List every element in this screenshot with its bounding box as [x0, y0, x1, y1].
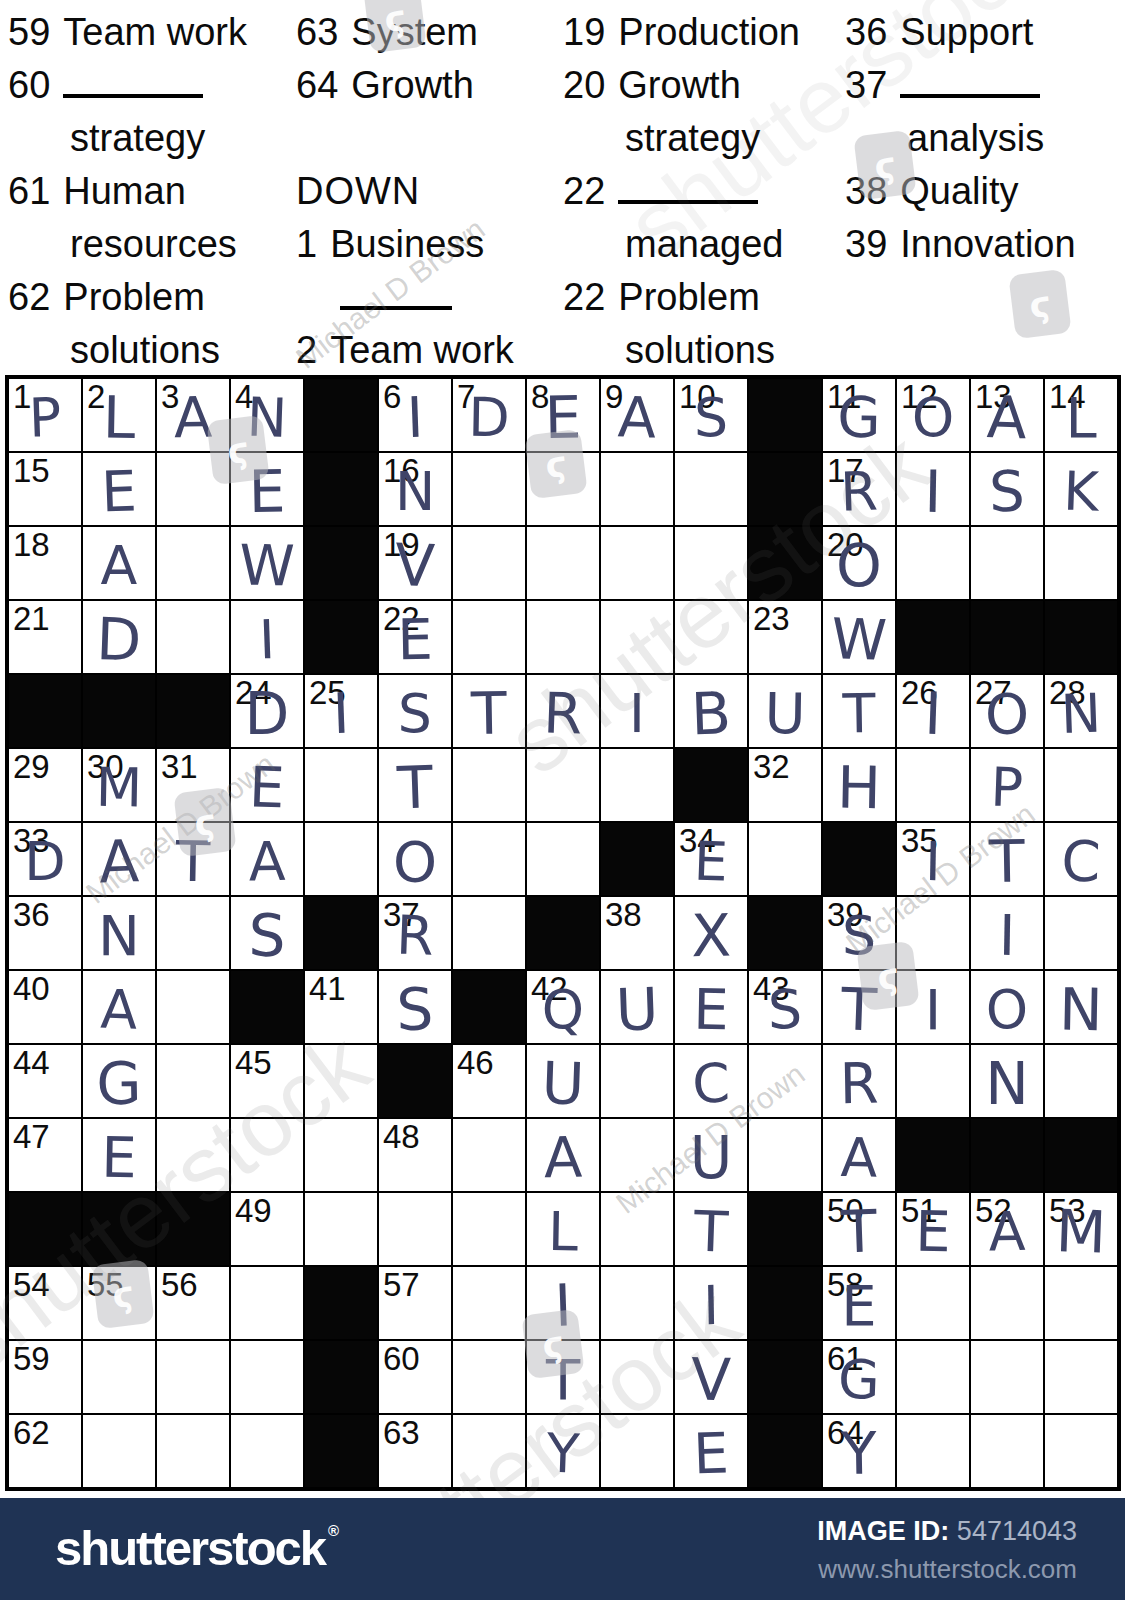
cell-r2c2[interactable]: E [82, 452, 156, 526]
cell-r9c8[interactable]: 42Q [526, 970, 600, 1044]
cell-number: 29 [13, 750, 50, 785]
cell-r13c14[interactable] [970, 1266, 1044, 1340]
cell-r12c14[interactable]: 52A [970, 1192, 1044, 1266]
cell-number: 63 [383, 1416, 420, 1451]
stock-photo-crossword: 59Team work60strategy61Humanresources62P… [0, 0, 1125, 1600]
cell-r12c1 [8, 1192, 82, 1266]
cell-r9c10[interactable]: E [674, 970, 748, 1044]
cell-letter: A [156, 382, 229, 451]
cell-r10c8[interactable]: U [526, 1044, 600, 1118]
cell-number: 59 [13, 1342, 50, 1377]
cell-r10c13[interactable] [896, 1044, 970, 1118]
cell-r9c13[interactable]: I [896, 970, 970, 1044]
cell-r8c10[interactable]: X [674, 896, 748, 970]
cell-r6c4[interactable]: E [230, 748, 304, 822]
cell-r12c4[interactable]: 49 [230, 1192, 304, 1266]
cell-letter: E [378, 604, 451, 673]
shutterstock-logo: shutterstock® [55, 1520, 336, 1576]
cell-r11c3[interactable] [156, 1118, 230, 1192]
cell-r15c4[interactable] [230, 1414, 304, 1488]
cell-r12c13[interactable]: 51E [896, 1192, 970, 1266]
cell-r13c13[interactable] [896, 1266, 970, 1340]
cell-r1c9[interactable]: 9A [600, 378, 674, 452]
cell-r7c2[interactable]: A [82, 822, 156, 896]
cell-r9c9[interactable]: U [600, 970, 674, 1044]
cell-r6c9[interactable] [600, 748, 674, 822]
cell-r13c9[interactable] [600, 1266, 674, 1340]
cell-r2c3[interactable] [156, 452, 230, 526]
cell-r8c7[interactable] [452, 896, 526, 970]
cell-number: 36 [13, 898, 50, 933]
cell-r8c3[interactable] [156, 896, 230, 970]
cell-r6c13[interactable] [896, 748, 970, 822]
cell-letter: N [970, 1048, 1045, 1119]
cell-r14c5 [304, 1340, 378, 1414]
cell-r3c12[interactable]: 20O [822, 526, 896, 600]
cell-r7c13[interactable]: 35I [896, 822, 970, 896]
cell-r1c10[interactable]: 10S [674, 378, 748, 452]
cell-number: 18 [13, 528, 50, 563]
cell-r6c5[interactable] [304, 748, 378, 822]
cell-r14c2[interactable] [82, 1340, 156, 1414]
cell-r8c14[interactable]: I [970, 896, 1044, 970]
cell-letter: I [970, 900, 1043, 969]
cell-r5c15[interactable]: 28N [1044, 674, 1118, 748]
cell-r11c1[interactable]: 47 [8, 1118, 82, 1192]
cell-r8c11 [748, 896, 822, 970]
cell-r6c1[interactable]: 29 [8, 748, 82, 822]
cell-letter: K [1045, 457, 1116, 525]
cell-r6c2[interactable]: 30M [82, 748, 156, 822]
cell-r15c2[interactable] [82, 1414, 156, 1488]
cell-r4c8[interactable] [526, 600, 600, 674]
cell-r4c7[interactable] [452, 600, 526, 674]
cell-letter: A [80, 824, 157, 897]
cell-letter: N [83, 901, 155, 969]
cell-letter: I [524, 1268, 601, 1341]
cell-number: 49 [235, 1194, 272, 1229]
cell-r11c12[interactable]: A [822, 1118, 896, 1192]
cell-r9c1[interactable]: 40 [8, 970, 82, 1044]
cell-r12c12[interactable]: 50T [822, 1192, 896, 1266]
cell-r15c8[interactable]: Y [526, 1414, 600, 1488]
cell-r13c15[interactable] [1044, 1266, 1118, 1340]
cell-r2c11 [748, 452, 822, 526]
cell-r10c12[interactable]: R [822, 1044, 896, 1118]
cell-r14c6[interactable]: 60 [378, 1340, 452, 1414]
cell-letter: E [229, 455, 305, 527]
cell-r11c2[interactable]: E [82, 1118, 156, 1192]
cell-r2c13[interactable]: I [896, 452, 970, 526]
cell-r11c8[interactable]: A [526, 1118, 600, 1192]
cell-r3c4[interactable]: W [230, 526, 304, 600]
cell-r9c7 [452, 970, 526, 1044]
logo-text: shutterstock [55, 1521, 325, 1575]
cell-r6c10 [674, 748, 748, 822]
image-id-label: IMAGE ID: [817, 1516, 949, 1546]
cell-r4c3[interactable] [156, 600, 230, 674]
clue-text-continuation: solutions [563, 324, 841, 377]
cell-letter: E [674, 974, 747, 1043]
cell-r14c7[interactable] [452, 1340, 526, 1414]
cell-letter: B [672, 676, 749, 749]
cell-r2c14[interactable]: S [970, 452, 1044, 526]
cell-letter: A [600, 382, 674, 452]
cell-r14c13[interactable] [896, 1340, 970, 1414]
cell-letter: I [894, 676, 971, 749]
cell-r7c7[interactable] [452, 822, 526, 896]
cell-r8c4[interactable]: S [230, 896, 304, 970]
cell-r15c1[interactable]: 62 [8, 1414, 82, 1488]
cell-r10c2[interactable]: G [82, 1044, 156, 1118]
cell-r11c7[interactable] [452, 1118, 526, 1192]
cell-r4c9[interactable] [600, 600, 674, 674]
cell-number: 32 [753, 750, 790, 785]
cell-letter: G [823, 1345, 894, 1413]
cell-r7c6[interactable]: O [378, 822, 452, 896]
cell-r6c6[interactable]: T [378, 748, 452, 822]
cell-number: 41 [309, 972, 346, 1007]
cell-r4c4[interactable]: I [230, 600, 304, 674]
cell-r3c2[interactable]: A [82, 526, 156, 600]
cell-r8c6[interactable]: 37R [378, 896, 452, 970]
clue-with-blank: 22 [563, 165, 841, 218]
cell-r10c1[interactable]: 44 [8, 1044, 82, 1118]
cell-number: 23 [753, 602, 790, 637]
cell-letter: S [380, 680, 450, 746]
clue-blank-line [296, 271, 558, 324]
cell-r3c15[interactable] [1044, 526, 1118, 600]
cell-r12c7[interactable] [452, 1192, 526, 1266]
cell-r3c9[interactable] [600, 526, 674, 600]
cell-r5c6[interactable]: S [378, 674, 452, 748]
cell-r14c14[interactable] [970, 1340, 1044, 1414]
cell-r3c14[interactable] [970, 526, 1044, 600]
cell-r1c3[interactable]: 3A [156, 378, 230, 452]
cell-r7c3[interactable]: T [156, 822, 230, 896]
cell-r2c1[interactable]: 15 [8, 452, 82, 526]
cell-r5c3 [156, 674, 230, 748]
cell-r11c9[interactable] [600, 1118, 674, 1192]
cell-r4c14 [970, 600, 1044, 674]
cell-r3c13[interactable] [896, 526, 970, 600]
cell-r2c6[interactable]: 16N [378, 452, 452, 526]
cell-r1c2[interactable]: 2L [82, 378, 156, 452]
cell-letter: I [602, 680, 671, 745]
cell-letter: M [84, 754, 154, 820]
cell-r15c6[interactable]: 63 [378, 1414, 452, 1488]
cell-r7c1[interactable]: 33D [8, 822, 82, 896]
cell-r5c7[interactable]: T [452, 674, 526, 748]
cell-r6c14[interactable]: P [970, 748, 1044, 822]
cell-r15c10[interactable]: E [674, 1414, 748, 1488]
cell-letter: S [750, 976, 820, 1042]
cell-r14c4[interactable] [230, 1340, 304, 1414]
cell-r9c5[interactable]: 41 [304, 970, 378, 1044]
footer-bar: shutterstock® IMAGE ID: 54714043 www.shu… [0, 1498, 1125, 1600]
cell-r1c5 [304, 378, 378, 452]
cell-r15c9[interactable] [600, 1414, 674, 1488]
cell-letter: T [674, 1196, 748, 1266]
cell-r9c6[interactable]: S [378, 970, 452, 1044]
cell-letter: I [897, 975, 969, 1043]
cell-r2c4[interactable]: E [230, 452, 304, 526]
cell-letter: A [972, 1198, 1042, 1264]
cell-r3c10[interactable] [674, 526, 748, 600]
cell-r14c9[interactable] [600, 1340, 674, 1414]
cell-r10c4[interactable]: 45 [230, 1044, 304, 1118]
cell-number: 60 [383, 1342, 420, 1377]
cell-r9c4 [230, 970, 304, 1044]
cell-r11c5[interactable] [304, 1118, 378, 1192]
cell-letter: O [898, 384, 968, 450]
clue-text-continuation: solutions [8, 324, 292, 377]
cell-r9c11[interactable]: 43S [748, 970, 822, 1044]
cell-letter: D [10, 828, 79, 893]
cell-r3c11 [748, 526, 822, 600]
cell-r8c15[interactable] [1044, 896, 1118, 970]
cell-r8c13[interactable] [896, 896, 970, 970]
cell-r11c6[interactable]: 48 [378, 1118, 452, 1192]
cell-r6c11[interactable]: 32 [748, 748, 822, 822]
clue-with-blank: 37 [845, 59, 1120, 112]
cell-r3c8[interactable] [526, 526, 600, 600]
cell-r2c8[interactable] [526, 452, 600, 526]
clue-with-blank: 60 [8, 59, 292, 112]
cell-r15c14[interactable] [970, 1414, 1044, 1488]
clues-column-3: 19Production20Growthstrategy22managed22P… [563, 6, 841, 377]
cell-r2c15[interactable]: K [1044, 452, 1118, 526]
cell-r9c3[interactable] [156, 970, 230, 1044]
cell-r15c3[interactable] [156, 1414, 230, 1488]
cell-r4c6[interactable]: 22E [378, 600, 452, 674]
cell-letter: O [822, 530, 897, 601]
cell-r4c12[interactable]: W [822, 600, 896, 674]
cell-r11c13 [896, 1118, 970, 1192]
cell-letter: Y [527, 1419, 598, 1487]
cell-r8c12[interactable]: 39S [822, 896, 896, 970]
cell-r13c12[interactable]: 58E [822, 1266, 896, 1340]
cell-r10c14[interactable]: N [970, 1044, 1044, 1118]
cell-letter: R [379, 901, 450, 969]
cell-r10c5[interactable] [304, 1044, 378, 1118]
cell-r13c6[interactable]: 57 [378, 1266, 452, 1340]
cell-r4c11[interactable]: 23 [748, 600, 822, 674]
cell-r7c12 [822, 822, 896, 896]
cell-letter: E [896, 1196, 969, 1265]
cell-r15c12[interactable]: 64Y [822, 1414, 896, 1488]
cell-r7c5[interactable] [304, 822, 378, 896]
cell-r1c13[interactable]: 12O [896, 378, 970, 452]
clue-text-continuation: managed [563, 218, 841, 271]
cell-letter: E [525, 381, 601, 453]
cell-r14c8[interactable]: T [526, 1340, 600, 1414]
cell-r3c1[interactable]: 18 [8, 526, 82, 600]
cell-number: 57 [383, 1268, 420, 1303]
cell-r14c12[interactable]: 61G [822, 1340, 896, 1414]
cell-letter: I [378, 382, 452, 452]
cell-letter: R [823, 457, 894, 525]
cell-letter: L [528, 1198, 598, 1264]
cell-r12c10[interactable]: T [674, 1192, 748, 1266]
cell-r8c2[interactable]: N [82, 896, 156, 970]
cell-r6c8[interactable] [526, 748, 600, 822]
cell-letter: V [376, 528, 453, 601]
image-id-line: IMAGE ID: 54714043 [817, 1516, 1077, 1547]
cell-letter: V [673, 1343, 749, 1415]
cell-r4c15 [1044, 600, 1118, 674]
cell-number: 44 [13, 1046, 50, 1081]
cell-r5c8[interactable]: R [526, 674, 600, 748]
cell-r8c9[interactable]: 38 [600, 896, 674, 970]
cell-r1c12[interactable]: 11G [822, 378, 896, 452]
cell-letter: R [526, 678, 600, 748]
clue: 20Growth [563, 59, 841, 112]
cell-r7c4[interactable]: A [230, 822, 304, 896]
cell-r12c8[interactable]: L [526, 1192, 600, 1266]
cell-letter: Y [821, 1417, 897, 1489]
cell-r2c9[interactable] [600, 452, 674, 526]
cell-r11c4[interactable] [230, 1118, 304, 1192]
cell-r2c10[interactable] [674, 452, 748, 526]
cell-r14c15[interactable] [1044, 1340, 1118, 1414]
cell-letter: L [1045, 383, 1117, 451]
cell-r6c7[interactable] [452, 748, 526, 822]
clue: 63System [296, 6, 558, 59]
cell-r10c11[interactable] [748, 1044, 822, 1118]
cell-r1c8[interactable]: 8E [526, 378, 600, 452]
cell-r1c7[interactable]: 7D [452, 378, 526, 452]
cell-r4c10[interactable] [674, 600, 748, 674]
cell-r3c5 [304, 526, 378, 600]
cell-r15c15[interactable] [1044, 1414, 1118, 1488]
cell-r10c10[interactable]: C [674, 1044, 748, 1118]
cell-r11c10[interactable]: U [674, 1118, 748, 1192]
cell-r10c3[interactable] [156, 1044, 230, 1118]
cell-r1c6[interactable]: 6I [378, 378, 452, 452]
cell-r6c12[interactable]: H [822, 748, 896, 822]
cell-r2c7[interactable] [452, 452, 526, 526]
cell-r11c11[interactable] [748, 1118, 822, 1192]
clue: 1Business [296, 218, 558, 271]
cell-r9c2[interactable]: A [82, 970, 156, 1044]
cell-r5c5[interactable]: 25I [304, 674, 378, 748]
cell-r12c15[interactable]: 53M [1044, 1192, 1118, 1266]
cell-r1c15[interactable]: 14L [1044, 378, 1118, 452]
cell-r7c11[interactable] [748, 822, 822, 896]
cell-r7c15[interactable]: C [1044, 822, 1118, 896]
cell-r5c4[interactable]: 24D [230, 674, 304, 748]
cell-r12c9[interactable] [600, 1192, 674, 1266]
cell-r15c7[interactable] [452, 1414, 526, 1488]
cell-r7c10[interactable]: 34E [674, 822, 748, 896]
cell-r10c9[interactable] [600, 1044, 674, 1118]
cell-r5c9[interactable]: I [600, 674, 674, 748]
cell-letter: L [81, 381, 157, 453]
cell-r13c10[interactable]: I [674, 1266, 748, 1340]
cell-r4c13 [896, 600, 970, 674]
cell-letter: E [674, 1418, 748, 1488]
cell-r14c10[interactable]: V [674, 1340, 748, 1414]
cell-letter: O [379, 827, 451, 895]
cell-r13c7[interactable] [452, 1266, 526, 1340]
cell-letter: T [820, 1194, 897, 1267]
cell-r5c14[interactable]: 27O [970, 674, 1044, 748]
cell-r1c4[interactable]: 4N [230, 378, 304, 452]
cell-r7c14[interactable]: T [970, 822, 1044, 896]
cell-r12c5[interactable] [304, 1192, 378, 1266]
cell-r13c3[interactable]: 56 [156, 1266, 230, 1340]
cell-r1c1[interactable]: 1P [8, 378, 82, 452]
clues-column-4: 36Support37analysis38Quality39Innovation [845, 6, 1120, 271]
cell-r6c3[interactable]: 31 [156, 748, 230, 822]
cell-r3c6[interactable]: 19V [378, 526, 452, 600]
cell-r12c6[interactable] [378, 1192, 452, 1266]
cell-r10c15[interactable] [1044, 1044, 1118, 1118]
cell-letter: A [526, 1122, 599, 1191]
cell-r5c10[interactable]: B [674, 674, 748, 748]
cell-r3c7[interactable] [452, 526, 526, 600]
cell-r9c15[interactable]: N [1044, 970, 1118, 1044]
cell-letter: I [231, 605, 302, 673]
cell-number: 55 [87, 1268, 124, 1303]
cell-r13c2[interactable]: 55 [82, 1266, 156, 1340]
cell-r14c3[interactable] [156, 1340, 230, 1414]
cell-number: 38 [605, 898, 642, 933]
image-id-value: 54714043 [957, 1516, 1077, 1546]
cell-number: 48 [383, 1120, 420, 1155]
cell-r5c11[interactable]: U [748, 674, 822, 748]
cell-letter: M [1042, 1194, 1119, 1267]
cell-r13c8[interactable]: I [526, 1266, 600, 1340]
cell-r2c5 [304, 452, 378, 526]
cell-number: 15 [13, 454, 50, 489]
cell-letter: R [822, 1048, 895, 1117]
cell-r4c2[interactable]: D [82, 600, 156, 674]
cell-r14c1[interactable]: 59 [8, 1340, 82, 1414]
cell-r7c8[interactable] [526, 822, 600, 896]
cell-number: 47 [13, 1120, 50, 1155]
cell-r9c12[interactable]: T [822, 970, 896, 1044]
cell-letter: G [81, 1047, 157, 1119]
cell-r10c6 [378, 1044, 452, 1118]
cell-r4c1[interactable]: 21 [8, 600, 82, 674]
cell-r8c1[interactable]: 36 [8, 896, 82, 970]
cell-r6c15[interactable] [1044, 748, 1118, 822]
cell-letter: E [82, 1122, 155, 1191]
cell-r13c1[interactable]: 54 [8, 1266, 82, 1340]
cell-r1c14[interactable]: 13A [970, 378, 1044, 452]
clue: 61Human [8, 165, 292, 218]
cell-letter: N [231, 383, 302, 451]
cell-r10c7[interactable]: 46 [452, 1044, 526, 1118]
cell-r15c13[interactable] [896, 1414, 970, 1488]
cell-letter: G [822, 382, 895, 451]
cell-r9c14[interactable]: O [970, 970, 1044, 1044]
cell-r8c8 [526, 896, 600, 970]
cell-letter: C [675, 1049, 746, 1117]
clues-column-1: 59Team work60strategy61Humanresources62P… [8, 6, 292, 377]
clue: 59Team work [8, 6, 292, 59]
cell-letter: I [895, 455, 971, 527]
cell-r3c3[interactable] [156, 526, 230, 600]
cell-r5c12[interactable]: T [822, 674, 896, 748]
cell-number: 46 [457, 1046, 494, 1081]
cell-r2c12[interactable]: 17R [822, 452, 896, 526]
cell-letter: T [376, 750, 453, 823]
cell-r5c13[interactable]: 26I [896, 674, 970, 748]
cell-r13c4[interactable] [230, 1266, 304, 1340]
